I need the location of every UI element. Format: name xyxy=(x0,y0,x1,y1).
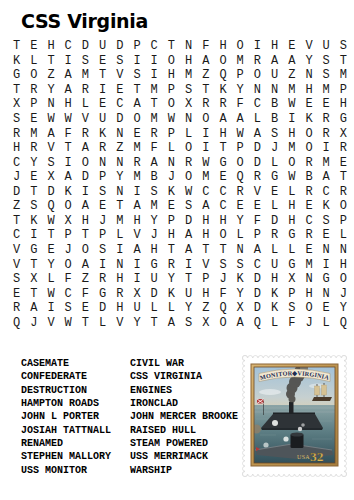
grid-cell-r12c20: O xyxy=(335,199,352,214)
grid-cell-r6c17: I xyxy=(283,112,300,127)
grid-cell-r4c4: A xyxy=(60,83,77,98)
grid-cell-r19c17: S xyxy=(283,301,300,316)
grid-cell-r2c9: I xyxy=(146,54,163,69)
grid-cell-r14c5: T xyxy=(77,228,94,243)
grid-cell-r16c5: A xyxy=(77,257,94,272)
grid-cell-r4c9: M xyxy=(146,83,163,98)
grid-cell-r8c18: O xyxy=(300,141,317,156)
grid-cell-r12c7: T xyxy=(111,199,128,214)
word-item: CSS VIRGINIA xyxy=(130,370,238,383)
grid-cell-r9c11: R xyxy=(180,155,197,170)
grid-cell-r7c4: F xyxy=(60,126,77,141)
grid-cell-r5c18: E xyxy=(300,97,317,112)
grid-cell-r6c7: D xyxy=(111,112,128,127)
grid-cell-r1c1: T xyxy=(8,39,25,54)
grid-cell-r7c2: M xyxy=(25,126,42,141)
grid-cell-r11c20: R xyxy=(335,185,352,200)
word-item: CIVIL WAR xyxy=(130,357,238,370)
grid-cell-r15c19: N xyxy=(318,243,335,258)
grid-cell-r7c1: R xyxy=(8,126,25,141)
grid-cell-r12c9: M xyxy=(146,199,163,214)
grid-cell-r1c9: C xyxy=(146,39,163,54)
grid-cell-r7c5: R xyxy=(77,126,94,141)
grid-cell-r13c2: K xyxy=(25,214,42,229)
grid-cell-r20c5: T xyxy=(77,315,94,330)
grid-cell-r15c8: A xyxy=(128,243,145,258)
grid-cell-r20c1: Q xyxy=(8,315,25,330)
grid-cell-r15c7: I xyxy=(111,243,128,258)
grid-cell-r11c15: V xyxy=(249,185,266,200)
grid-cell-r5c16: B xyxy=(266,97,283,112)
grid-cell-r12c2: S xyxy=(25,199,42,214)
grid-cell-r17c16: H xyxy=(266,272,283,287)
grid-cell-r14c1: C xyxy=(8,228,25,243)
grid-cell-r7c13: H xyxy=(214,126,231,141)
grid-cell-r6c3: W xyxy=(42,112,59,127)
grid-cell-r15c1: V xyxy=(8,243,25,258)
grid-cell-r5c14: F xyxy=(232,97,249,112)
grid-cell-r11c18: R xyxy=(300,185,317,200)
grid-cell-r4c19: M xyxy=(318,83,335,98)
grid-cell-r8c1: H xyxy=(8,141,25,156)
grid-cell-r19c19: E xyxy=(318,301,335,316)
grid-cell-r12c11: S xyxy=(180,199,197,214)
grid-cell-r10c3: X xyxy=(42,170,59,185)
grid-cell-r7c11: L xyxy=(180,126,197,141)
grid-cell-r3c8: S xyxy=(128,68,145,83)
grid-cell-r1c10: T xyxy=(163,39,180,54)
grid-cell-r11c13: C xyxy=(214,185,231,200)
grid-cell-r19c20: Y xyxy=(335,301,352,316)
grid-cell-r8c8: M xyxy=(128,141,145,156)
grid-cell-r6c8: O xyxy=(128,112,145,127)
grid-cell-r16c10: R xyxy=(163,257,180,272)
grid-cell-r7c17: H xyxy=(283,126,300,141)
grid-cell-r5c8: A xyxy=(128,97,145,112)
grid-cell-r6c6: U xyxy=(94,112,111,127)
word-item: STEAM POWERED xyxy=(130,437,238,450)
grid-cell-r6c15: L xyxy=(249,112,266,127)
grid-cell-r2c7: S xyxy=(111,54,128,69)
grid-cell-r6c10: W xyxy=(163,112,180,127)
grid-cell-r1c5: D xyxy=(77,39,94,54)
grid-cell-r7c15: A xyxy=(249,126,266,141)
grid-cell-r3c19: S xyxy=(318,68,335,83)
grid-cell-r16c9: G xyxy=(146,257,163,272)
grid-cell-r4c3: Y xyxy=(42,83,59,98)
stamp-country-label: USA xyxy=(297,454,310,460)
grid-cell-r14c13: O xyxy=(214,228,231,243)
grid-cell-r7c7: N xyxy=(111,126,128,141)
grid-cell-r10c15: R xyxy=(249,170,266,185)
grid-cell-r20c18: J xyxy=(300,315,317,330)
word-search-grid: TEHCDUDPCTNFHOIHEVUSKLTISESIIOHAOMRAAYST… xyxy=(8,39,352,330)
grid-cell-r6c13: A xyxy=(214,112,231,127)
grid-cell-r5c19: E xyxy=(318,97,335,112)
grid-cell-r12c8: A xyxy=(128,199,145,214)
grid-cell-r10c4: A xyxy=(60,170,77,185)
grid-cell-r20c11: S xyxy=(180,315,197,330)
grid-cell-r8c3: V xyxy=(42,141,59,156)
grid-cell-r17c12: P xyxy=(197,272,214,287)
grid-cell-r6c11: N xyxy=(180,112,197,127)
grid-cell-r14c4: P xyxy=(60,228,77,243)
grid-cell-r11c1: D xyxy=(8,185,25,200)
grid-cell-r12c16: L xyxy=(266,199,283,214)
grid-cell-r16c17: G xyxy=(283,257,300,272)
grid-cell-r9c18: R xyxy=(300,155,317,170)
grid-cell-r2c15: R xyxy=(249,54,266,69)
grid-cell-r10c19: A xyxy=(318,170,335,185)
grid-cell-r8c7: Z xyxy=(111,141,128,156)
grid-cell-r9c9: A xyxy=(146,155,163,170)
grid-cell-r10c11: O xyxy=(180,170,197,185)
grid-cell-r1c7: D xyxy=(111,39,128,54)
word-item: JOHN MERCER BROOKE xyxy=(130,410,238,423)
grid-cell-r2c10: O xyxy=(163,54,180,69)
grid-cell-r10c7: Y xyxy=(111,170,128,185)
grid-cell-r3c12: Z xyxy=(197,68,214,83)
grid-cell-r2c18: Y xyxy=(300,54,317,69)
grid-cell-r2c5: S xyxy=(77,54,94,69)
grid-cell-r19c2: A xyxy=(25,301,42,316)
grid-cell-r7c12: I xyxy=(197,126,214,141)
grid-cell-r5c13: R xyxy=(214,97,231,112)
grid-cell-r20c9: T xyxy=(146,315,163,330)
grid-cell-r5c11: X xyxy=(180,97,197,112)
grid-cell-r1c15: I xyxy=(249,39,266,54)
grid-cell-r3c20: M xyxy=(335,68,352,83)
grid-cell-r13c15: F xyxy=(249,214,266,229)
grid-cell-r5c3: N xyxy=(42,97,59,112)
grid-cell-r7c14: W xyxy=(232,126,249,141)
grid-cell-r3c1: G xyxy=(8,68,25,83)
grid-cell-r8c10: L xyxy=(163,141,180,156)
grid-cell-r16c6: I xyxy=(94,257,111,272)
grid-cell-r5c17: W xyxy=(283,97,300,112)
grid-cell-r20c4: W xyxy=(60,315,77,330)
grid-cell-r13c8: H xyxy=(128,214,145,229)
grid-cell-r15c16: L xyxy=(266,243,283,258)
grid-cell-r5c6: E xyxy=(94,97,111,112)
grid-cell-r18c9: D xyxy=(146,286,163,301)
grid-cell-r9c12: W xyxy=(197,155,214,170)
grid-cell-r3c15: O xyxy=(249,68,266,83)
grid-cell-r15c20: N xyxy=(335,243,352,258)
grid-cell-r7c19: R xyxy=(318,126,335,141)
grid-cell-r20c14: A xyxy=(232,315,249,330)
grid-cell-r6c18: K xyxy=(300,112,317,127)
grid-cell-r11c17: L xyxy=(283,185,300,200)
grid-cell-r16c7: N xyxy=(111,257,128,272)
grid-cell-r16c19: I xyxy=(318,257,335,272)
grid-cell-r16c15: C xyxy=(249,257,266,272)
grid-cell-r16c1: V xyxy=(8,257,25,272)
grid-cell-r20c2: J xyxy=(25,315,42,330)
grid-cell-r10c17: W xyxy=(283,170,300,185)
grid-cell-r6c12: O xyxy=(197,112,214,127)
grid-cell-r4c13: K xyxy=(214,83,231,98)
grid-cell-r3c5: M xyxy=(77,68,94,83)
word-item: ENGINES xyxy=(130,384,238,397)
grid-cell-r3c6: T xyxy=(94,68,111,83)
grid-cell-r18c6: G xyxy=(94,286,111,301)
grid-cell-r14c3: T xyxy=(42,228,59,243)
grid-cell-r13c14: Y xyxy=(232,214,249,229)
grid-cell-r11c12: C xyxy=(197,185,214,200)
grid-cell-r10c2: E xyxy=(25,170,42,185)
grid-cell-r12c5: A xyxy=(77,199,94,214)
grid-cell-r5c4: H xyxy=(60,97,77,112)
grid-cell-r19c5: E xyxy=(77,301,94,316)
grid-cell-r18c12: H xyxy=(197,286,214,301)
grid-cell-r15c5: O xyxy=(77,243,94,258)
grid-cell-r3c7: V xyxy=(111,68,128,83)
grid-cell-r15c6: S xyxy=(94,243,111,258)
grid-cell-r15c9: H xyxy=(146,243,163,258)
page-title: CSS Virginia xyxy=(21,10,148,32)
grid-cell-r20c8: Y xyxy=(128,315,145,330)
grid-cell-r9c7: N xyxy=(111,155,128,170)
grid-cell-r13c13: H xyxy=(214,214,231,229)
grid-cell-r17c1: S xyxy=(8,272,25,287)
grid-cell-r10c10: J xyxy=(163,170,180,185)
grid-cell-r16c8: I xyxy=(128,257,145,272)
grid-cell-r9c15: D xyxy=(249,155,266,170)
grid-cell-r4c18: H xyxy=(300,83,317,98)
grid-cell-r10c5: D xyxy=(77,170,94,185)
grid-cell-r10c20: T xyxy=(335,170,352,185)
grid-cell-r13c5: H xyxy=(77,214,94,229)
grid-cell-r2c14: M xyxy=(232,54,249,69)
grid-cell-r1c4: C xyxy=(60,39,77,54)
grid-cell-r7c8: E xyxy=(128,126,145,141)
grid-cell-r20c7: V xyxy=(111,315,128,330)
grid-cell-r6c20: G xyxy=(335,112,352,127)
grid-cell-r17c14: K xyxy=(232,272,249,287)
grid-cell-r8c4: T xyxy=(60,141,77,156)
grid-cell-r4c7: E xyxy=(111,83,128,98)
grid-cell-r1c18: V xyxy=(300,39,317,54)
word-item: DESTRUCTION xyxy=(21,384,111,397)
grid-cell-r3c13: Q xyxy=(214,68,231,83)
stamp-image: MONITOR◆VIRGINIA USA 32 xyxy=(242,355,347,477)
grid-cell-r9c10: N xyxy=(163,155,180,170)
grid-cell-r8c11: O xyxy=(180,141,197,156)
grid-cell-r12c4: O xyxy=(60,199,77,214)
grid-cell-r18c19: N xyxy=(318,286,335,301)
grid-cell-r4c2: R xyxy=(25,83,42,98)
grid-cell-r8c6: R xyxy=(94,141,111,156)
grid-cell-r16c20: H xyxy=(335,257,352,272)
grid-cell-r1c12: F xyxy=(197,39,214,54)
grid-cell-r14c11: A xyxy=(180,228,197,243)
grid-cell-r4c14: Y xyxy=(232,83,249,98)
grid-cell-r1c8: P xyxy=(128,39,145,54)
grid-cell-r13c3: W xyxy=(42,214,59,229)
grid-cell-r16c13: S xyxy=(214,257,231,272)
grid-cell-r10c13: E xyxy=(214,170,231,185)
grid-cell-r9c6: N xyxy=(94,155,111,170)
grid-cell-r9c19: M xyxy=(318,155,335,170)
grid-cell-r9c17: O xyxy=(283,155,300,170)
grid-cell-r8c12: I xyxy=(197,141,214,156)
grid-cell-r11c10: K xyxy=(163,185,180,200)
grid-cell-r9c16: L xyxy=(266,155,283,170)
grid-cell-r15c10: T xyxy=(163,243,180,258)
word-item: HAMPTON ROADS xyxy=(21,397,111,410)
grid-cell-r11c4: K xyxy=(60,185,77,200)
grid-cell-r17c6: R xyxy=(94,272,111,287)
grid-cell-r13c6: J xyxy=(94,214,111,229)
grid-cell-r14c12: H xyxy=(197,228,214,243)
grid-cell-r2c19: S xyxy=(318,54,335,69)
words-column-2: CIVIL WARCSS VIRGINIAENGINESIRONCLADJOHN… xyxy=(130,357,238,477)
grid-cell-r15c2: G xyxy=(25,243,42,258)
word-item: CASEMATE xyxy=(21,357,111,370)
grid-cell-r17c5: Z xyxy=(77,272,94,287)
grid-cell-r8c2: R xyxy=(25,141,42,156)
grid-cell-r13c16: D xyxy=(266,214,283,229)
grid-cell-r18c2: T xyxy=(25,286,42,301)
grid-cell-r1c3: H xyxy=(42,39,59,54)
grid-cell-r8c17: M xyxy=(283,141,300,156)
grid-cell-r11c16: E xyxy=(266,185,283,200)
grid-cell-r4c20: P xyxy=(335,83,352,98)
grid-cell-r13c18: C xyxy=(300,214,317,229)
grid-cell-r20c12: X xyxy=(197,315,214,330)
grid-cell-r20c15: Q xyxy=(249,315,266,330)
grid-cell-r19c13: Q xyxy=(214,301,231,316)
grid-cell-r1c6: U xyxy=(94,39,111,54)
grid-cell-r1c20: S xyxy=(335,39,352,54)
grid-cell-r20c10: A xyxy=(163,315,180,330)
grid-cell-r12c15: E xyxy=(249,199,266,214)
grid-cell-r18c14: Y xyxy=(232,286,249,301)
word-item: WARSHIP xyxy=(130,464,238,477)
grid-cell-r20c16: L xyxy=(266,315,283,330)
grid-cell-r6c14: A xyxy=(232,112,249,127)
grid-cell-r14c10: H xyxy=(163,228,180,243)
grid-cell-r13c10: P xyxy=(163,214,180,229)
grid-cell-r15c11: A xyxy=(180,243,197,258)
grid-cell-r7c16: S xyxy=(266,126,283,141)
grid-cell-r9c1: C xyxy=(8,155,25,170)
grid-cell-r16c3: Y xyxy=(42,257,59,272)
grid-cell-r19c14: X xyxy=(232,301,249,316)
grid-cell-r6c4: W xyxy=(60,112,77,127)
grid-cell-r19c18: O xyxy=(300,301,317,316)
grid-cell-r12c1: Z xyxy=(8,199,25,214)
grid-cell-r15c18: E xyxy=(300,243,317,258)
grid-cell-r8c9: F xyxy=(146,141,163,156)
grid-cell-r5c7: C xyxy=(111,97,128,112)
grid-cell-r18c3: W xyxy=(42,286,59,301)
word-item: JOHN L PORTER xyxy=(21,410,111,423)
grid-cell-r3c2: O xyxy=(25,68,42,83)
grid-cell-r8c20: R xyxy=(335,141,352,156)
grid-cell-r2c13: O xyxy=(214,54,231,69)
grid-cell-r3c9: I xyxy=(146,68,163,83)
grid-cell-r14c14: L xyxy=(232,228,249,243)
grid-cell-r5c5: L xyxy=(77,97,94,112)
grid-cell-r16c11: I xyxy=(180,257,197,272)
grid-cell-r7c10: P xyxy=(163,126,180,141)
grid-cell-r18c13: F xyxy=(214,286,231,301)
grid-cell-r19c4: S xyxy=(60,301,77,316)
shell-splash-icon xyxy=(272,420,278,426)
grid-cell-r15c15: A xyxy=(249,243,266,258)
grid-cell-r4c8: T xyxy=(128,83,145,98)
grid-cell-r15c17: L xyxy=(283,243,300,258)
grid-cell-r2c2: L xyxy=(25,54,42,69)
grid-cell-r10c14: Q xyxy=(232,170,249,185)
grid-cell-r20c13: O xyxy=(214,315,231,330)
grid-cell-r12c19: K xyxy=(318,199,335,214)
grid-cell-r12c18: E xyxy=(300,199,317,214)
grid-cell-r14c2: I xyxy=(25,228,42,243)
grid-cell-r19c9: L xyxy=(146,301,163,316)
grid-cell-r11c9: S xyxy=(146,185,163,200)
grid-cell-r11c6: S xyxy=(94,185,111,200)
grid-cell-r17c9: U xyxy=(146,272,163,287)
grid-cell-r15c4: J xyxy=(60,243,77,258)
grid-cell-r19c12: Z xyxy=(197,301,214,316)
grid-cell-r12c14: E xyxy=(232,199,249,214)
grid-cell-r20c20: Q xyxy=(335,315,352,330)
grid-cell-r2c16: A xyxy=(266,54,283,69)
grid-cell-r7c9: R xyxy=(146,126,163,141)
word-item: RAISED HULL xyxy=(130,424,238,437)
grid-cell-r6c5: V xyxy=(77,112,94,127)
grid-cell-r16c14: S xyxy=(232,257,249,272)
grid-cell-r2c17: A xyxy=(283,54,300,69)
grid-cell-r6c2: E xyxy=(25,112,42,127)
grid-cell-r9c2: Y xyxy=(25,155,42,170)
grid-cell-r18c17: P xyxy=(283,286,300,301)
grid-cell-r13c17: H xyxy=(283,214,300,229)
grid-cell-r19c11: Y xyxy=(180,301,197,316)
grid-cell-r4c10: P xyxy=(163,83,180,98)
grid-cell-r19c7: H xyxy=(111,301,128,316)
grid-cell-r14c16: R xyxy=(266,228,283,243)
grid-cell-r18c18: H xyxy=(300,286,317,301)
grid-cell-r1c17: E xyxy=(283,39,300,54)
grid-cell-r17c18: N xyxy=(300,272,317,287)
grid-cell-r4c6: I xyxy=(94,83,111,98)
grid-cell-r8c19: I xyxy=(318,141,335,156)
grid-cell-r16c18: M xyxy=(300,257,317,272)
word-item: STEPHEN MALLORY xyxy=(21,450,111,463)
grid-cell-r4c12: T xyxy=(197,83,214,98)
grid-cell-r19c6: D xyxy=(94,301,111,316)
grid-cell-r13c12: H xyxy=(197,214,214,229)
grid-cell-r18c15: D xyxy=(249,286,266,301)
grid-cell-r1c2: E xyxy=(25,39,42,54)
grid-cell-r11c5: I xyxy=(77,185,94,200)
grid-cell-r2c8: I xyxy=(128,54,145,69)
grid-cell-r4c5: R xyxy=(77,83,94,98)
word-item: USS MONITOR xyxy=(21,464,111,477)
grid-cell-r7c3: A xyxy=(42,126,59,141)
words-column-1: CASEMATECONFEDERATEDESTRUCTIONHAMPTON RO… xyxy=(21,357,111,477)
grid-cell-r8c14: P xyxy=(232,141,249,156)
grid-cell-r20c17: F xyxy=(283,315,300,330)
grid-cell-r12c3: Q xyxy=(42,199,59,214)
grid-cell-r9c13: G xyxy=(214,155,231,170)
grid-cell-r5c20: H xyxy=(335,97,352,112)
grid-cell-r3c10: H xyxy=(163,68,180,83)
